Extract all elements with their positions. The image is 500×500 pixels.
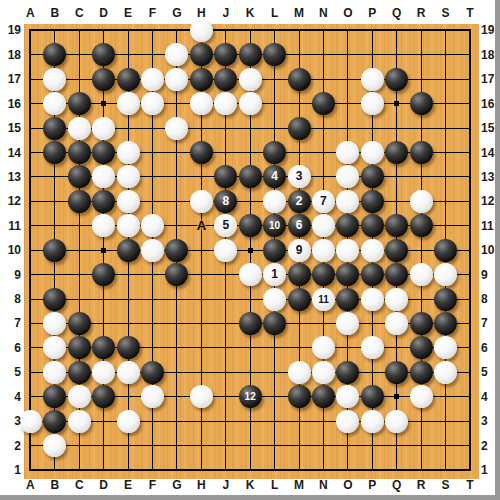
white-stone-N6[interactable] — [312, 336, 335, 359]
white-stone-E5[interactable] — [117, 361, 140, 384]
white-stone-H16[interactable] — [190, 92, 213, 115]
white-stone-B6[interactable] — [43, 336, 66, 359]
black-stone-K11[interactable] — [239, 214, 262, 237]
white-stone-E13[interactable] — [117, 165, 140, 188]
coord-label-row-16-right: 16 — [481, 97, 494, 111]
white-stone-G17[interactable] — [165, 68, 188, 91]
coord-label-row-14-right: 14 — [481, 146, 494, 160]
coord-label-col-Q-top: Q — [392, 6, 401, 20]
coord-label-col-M-top: M — [294, 6, 304, 20]
black-stone-P9[interactable] — [361, 263, 384, 286]
coord-label-col-B-bottom: B — [50, 478, 59, 492]
white-stone-H19[interactable] — [190, 19, 213, 42]
white-stone-F16[interactable] — [141, 92, 164, 115]
white-stone-G15[interactable] — [165, 117, 188, 140]
coord-label-row-19-right: 19 — [481, 23, 494, 37]
coord-label-row-2-left: 2 — [14, 439, 21, 453]
white-stone-C15[interactable] — [68, 117, 91, 140]
black-stone-C5[interactable] — [68, 361, 91, 384]
coord-label-col-G-top: G — [172, 6, 181, 20]
white-stone-O3[interactable] — [336, 410, 359, 433]
black-stone-E17[interactable] — [117, 68, 140, 91]
move-number-label: 2 — [288, 190, 311, 213]
coord-label-row-13-left: 13 — [8, 170, 21, 184]
coord-label-col-P-top: P — [368, 6, 376, 20]
black-stone-L7[interactable] — [263, 312, 286, 335]
black-stone-O11[interactable] — [336, 214, 359, 237]
white-stone-R12[interactable] — [410, 190, 433, 213]
star-point — [394, 394, 399, 399]
grid-line-horizontal — [29, 469, 471, 471]
point-label-A: A — [191, 216, 211, 236]
white-stone-E11[interactable] — [117, 214, 140, 237]
move-number-label: 1 — [263, 263, 286, 286]
white-stone-D11[interactable] — [92, 214, 115, 237]
coord-label-col-R-top: R — [417, 6, 426, 20]
move-number-label: 9 — [288, 239, 311, 262]
coord-label-row-17-left: 17 — [8, 72, 21, 86]
black-stone-K13[interactable] — [239, 165, 262, 188]
coord-label-col-E-top: E — [124, 6, 132, 20]
coord-label-col-E-bottom: E — [124, 478, 132, 492]
black-stone-Q9[interactable] — [385, 263, 408, 286]
black-stone-C7[interactable] — [68, 312, 91, 335]
coord-label-row-5-left: 5 — [14, 365, 21, 379]
coord-label-row-5-right: 5 — [481, 365, 488, 379]
coord-label-row-19-left: 19 — [8, 23, 21, 37]
white-stone-P10[interactable] — [361, 239, 384, 262]
black-stone-N4[interactable] — [312, 385, 335, 408]
black-stone-C12[interactable] — [68, 190, 91, 213]
white-stone-D5[interactable] — [92, 361, 115, 384]
coord-label-row-8-right: 8 — [481, 292, 488, 306]
white-stone-N12[interactable]: 7 — [312, 190, 335, 213]
white-stone-D13[interactable] — [92, 165, 115, 188]
coord-label-col-J-top: J — [222, 6, 229, 20]
white-stone-P17[interactable] — [361, 68, 384, 91]
black-stone-N16[interactable] — [312, 92, 335, 115]
white-stone-O4[interactable] — [336, 385, 359, 408]
white-stone-J11[interactable]: 5 — [214, 214, 237, 237]
white-stone-N11[interactable] — [312, 214, 335, 237]
coord-label-col-F-bottom: F — [149, 478, 156, 492]
coord-label-col-N-bottom: N — [319, 478, 328, 492]
move-number-label: 12 — [239, 385, 262, 408]
black-stone-K4[interactable]: 12 — [239, 385, 262, 408]
coord-label-col-S-bottom: S — [442, 478, 450, 492]
white-stone-F10[interactable] — [141, 239, 164, 262]
black-stone-H14[interactable] — [190, 141, 213, 164]
black-stone-P11[interactable] — [361, 214, 384, 237]
white-stone-B17[interactable] — [43, 68, 66, 91]
coord-label-col-T-top: T — [466, 6, 473, 20]
coord-label-row-18-left: 18 — [8, 48, 21, 62]
white-stone-F17[interactable] — [141, 68, 164, 91]
black-stone-O5[interactable] — [336, 361, 359, 384]
black-stone-C13[interactable] — [68, 165, 91, 188]
coord-label-col-O-bottom: O — [343, 478, 352, 492]
coord-label-row-4-left: 4 — [14, 390, 21, 404]
white-stone-E14[interactable] — [117, 141, 140, 164]
black-stone-P4[interactable] — [361, 385, 384, 408]
coord-label-col-L-top: L — [271, 6, 278, 20]
black-stone-F5[interactable] — [141, 361, 164, 384]
white-stone-B5[interactable] — [43, 361, 66, 384]
coord-label-col-M-bottom: M — [294, 478, 304, 492]
black-stone-H18[interactable] — [190, 43, 213, 66]
coord-label-row-10-right: 10 — [481, 243, 494, 257]
coord-label-row-3-left: 3 — [14, 414, 21, 428]
black-stone-K7[interactable] — [239, 312, 262, 335]
black-stone-C16[interactable] — [68, 92, 91, 115]
black-stone-B10[interactable] — [43, 239, 66, 262]
black-stone-L18[interactable] — [263, 43, 286, 66]
white-stone-O10[interactable] — [336, 239, 359, 262]
black-stone-D14[interactable] — [92, 141, 115, 164]
black-stone-M15[interactable] — [288, 117, 311, 140]
star-point — [248, 248, 253, 253]
black-stone-H17[interactable] — [190, 68, 213, 91]
black-stone-B14[interactable] — [43, 141, 66, 164]
coord-label-row-9-left: 9 — [14, 268, 21, 282]
black-stone-M4[interactable] — [288, 385, 311, 408]
black-stone-R6[interactable] — [410, 336, 433, 359]
grid-line-vertical — [469, 29, 471, 471]
black-stone-G10[interactable] — [165, 239, 188, 262]
coord-label-row-6-left: 6 — [14, 341, 21, 355]
black-stone-Q11[interactable] — [385, 214, 408, 237]
black-stone-Q5[interactable] — [385, 361, 408, 384]
coord-label-row-8-left: 8 — [14, 292, 21, 306]
black-stone-O8[interactable] — [336, 288, 359, 311]
black-stone-J13[interactable] — [214, 165, 237, 188]
coord-label-col-H-bottom: H — [197, 478, 206, 492]
black-stone-B8[interactable] — [43, 288, 66, 311]
black-stone-Q17[interactable] — [385, 68, 408, 91]
black-stone-S7[interactable] — [434, 312, 457, 335]
black-stone-B15[interactable] — [43, 117, 66, 140]
window-edge-right — [495, 0, 500, 500]
black-stone-S10[interactable] — [434, 239, 457, 262]
coord-label-col-H-top: H — [197, 6, 206, 20]
black-stone-P13[interactable] — [361, 165, 384, 188]
white-stone-P6[interactable] — [361, 336, 384, 359]
white-stone-K9[interactable] — [239, 263, 262, 286]
white-stone-O13[interactable] — [336, 165, 359, 188]
white-stone-L12[interactable] — [263, 190, 286, 213]
black-stone-M11[interactable]: 6 — [288, 214, 311, 237]
black-stone-Q10[interactable] — [385, 239, 408, 262]
coord-label-row-18-right: 18 — [481, 48, 494, 62]
black-stone-G9[interactable] — [165, 263, 188, 286]
white-stone-B7[interactable] — [43, 312, 66, 335]
black-stone-B3[interactable] — [43, 410, 66, 433]
white-stone-J10[interactable] — [214, 239, 237, 262]
coord-label-col-K-top: K — [246, 6, 255, 20]
black-stone-M9[interactable] — [288, 263, 311, 286]
coord-label-row-12-left: 12 — [8, 194, 21, 208]
white-stone-M10[interactable]: 9 — [288, 239, 311, 262]
black-stone-J12[interactable]: 8 — [214, 190, 237, 213]
star-point — [101, 101, 106, 106]
black-stone-R7[interactable] — [410, 312, 433, 335]
move-number-label: 5 — [214, 214, 237, 237]
coord-label-col-C-bottom: C — [75, 478, 84, 492]
white-stone-L9[interactable]: 1 — [263, 263, 286, 286]
white-stone-F11[interactable] — [141, 214, 164, 237]
move-number-label: 8 — [214, 190, 237, 213]
black-stone-B4[interactable] — [43, 385, 66, 408]
coord-label-row-4-right: 4 — [481, 390, 488, 404]
coord-label-col-F-top: F — [149, 6, 156, 20]
black-stone-O9[interactable] — [336, 263, 359, 286]
coord-label-row-6-right: 6 — [481, 341, 488, 355]
star-point — [101, 248, 106, 253]
coord-label-col-D-bottom: D — [99, 478, 108, 492]
white-stone-O7[interactable] — [336, 312, 359, 335]
move-number-label: 10 — [263, 214, 286, 237]
black-stone-D4[interactable] — [92, 385, 115, 408]
black-stone-S8[interactable] — [434, 288, 457, 311]
black-stone-M17[interactable] — [288, 68, 311, 91]
black-stone-J18[interactable] — [214, 43, 237, 66]
white-stone-D15[interactable] — [92, 117, 115, 140]
grid-line-horizontal — [29, 445, 471, 446]
white-stone-B16[interactable] — [43, 92, 66, 115]
go-board[interactable]: 438275106911112A — [24, 24, 479, 479]
white-stone-O12[interactable] — [336, 190, 359, 213]
black-stone-Q14[interactable] — [385, 141, 408, 164]
black-stone-D18[interactable] — [92, 43, 115, 66]
black-stone-D17[interactable] — [92, 68, 115, 91]
go-diagram-window: 438275106911112A ABCDEFGHJKLMNOPQRST ABC… — [0, 0, 500, 500]
coord-label-row-10-left: 10 — [8, 243, 21, 257]
coord-label-col-T-bottom: T — [466, 478, 473, 492]
black-stone-R16[interactable] — [410, 92, 433, 115]
white-stone-P16[interactable] — [361, 92, 384, 115]
white-stone-R9[interactable] — [410, 263, 433, 286]
move-number-label: 3 — [288, 165, 311, 188]
white-stone-Q7[interactable] — [385, 312, 408, 335]
black-stone-L14[interactable] — [263, 141, 286, 164]
move-number-label: 7 — [312, 190, 335, 213]
coord-label-row-15-left: 15 — [8, 121, 21, 135]
coord-label-col-A-bottom: A — [26, 478, 35, 492]
white-stone-J16[interactable] — [214, 92, 237, 115]
coord-label-col-D-top: D — [99, 6, 108, 20]
black-stone-L13[interactable]: 4 — [263, 165, 286, 188]
coord-label-row-16-left: 16 — [8, 97, 21, 111]
coord-label-row-3-right: 3 — [481, 414, 488, 428]
white-stone-E16[interactable] — [117, 92, 140, 115]
coord-label-row-1-right: 1 — [481, 463, 488, 477]
white-stone-S5[interactable] — [434, 361, 457, 384]
coord-label-row-2-right: 2 — [481, 439, 488, 453]
star-point — [394, 101, 399, 106]
coord-label-row-13-right: 13 — [481, 170, 494, 184]
coord-label-row-15-right: 15 — [481, 121, 494, 135]
black-stone-D9[interactable] — [92, 263, 115, 286]
white-stone-K17[interactable] — [239, 68, 262, 91]
black-stone-D6[interactable] — [92, 336, 115, 359]
black-stone-R11[interactable] — [410, 214, 433, 237]
coord-label-row-12-right: 12 — [481, 194, 494, 208]
white-stone-N5[interactable] — [312, 361, 335, 384]
white-stone-B2[interactable] — [43, 434, 66, 457]
coord-label-row-1-left: 1 — [14, 463, 21, 477]
white-stone-G18[interactable] — [165, 43, 188, 66]
white-stone-N10[interactable] — [312, 239, 335, 262]
black-stone-M12[interactable]: 2 — [288, 190, 311, 213]
coord-label-col-R-bottom: R — [417, 478, 426, 492]
move-number-label: 6 — [288, 214, 311, 237]
coord-label-col-J-bottom: J — [222, 478, 229, 492]
white-stone-C3[interactable] — [68, 410, 91, 433]
black-stone-R14[interactable] — [410, 141, 433, 164]
white-stone-E3[interactable] — [117, 410, 140, 433]
black-stone-K18[interactable] — [239, 43, 262, 66]
coord-label-col-C-top: C — [75, 6, 84, 20]
black-stone-L10[interactable] — [263, 239, 286, 262]
coord-label-row-7-left: 7 — [14, 316, 21, 330]
black-stone-L11[interactable]: 10 — [263, 214, 286, 237]
white-stone-R4[interactable] — [410, 385, 433, 408]
white-stone-P14[interactable] — [361, 141, 384, 164]
white-stone-H4[interactable] — [190, 385, 213, 408]
white-stone-P3[interactable] — [361, 410, 384, 433]
window-edge-bottom — [0, 495, 500, 500]
black-stone-P12[interactable] — [361, 190, 384, 213]
white-stone-N8[interactable]: 11 — [312, 288, 335, 311]
coord-label-row-14-left: 14 — [8, 146, 21, 160]
white-stone-L8[interactable] — [263, 288, 286, 311]
white-stone-C4[interactable] — [68, 385, 91, 408]
black-stone-C14[interactable] — [68, 141, 91, 164]
move-number-label: 11 — [312, 288, 335, 311]
coord-label-row-11-right: 11 — [481, 219, 494, 233]
white-stone-M5[interactable] — [288, 361, 311, 384]
white-stone-H12[interactable] — [190, 190, 213, 213]
coord-label-row-9-right: 9 — [481, 268, 488, 282]
black-stone-E10[interactable] — [117, 239, 140, 262]
white-stone-S9[interactable] — [434, 263, 457, 286]
coord-label-col-K-bottom: K — [246, 478, 255, 492]
coord-label-col-O-top: O — [343, 6, 352, 20]
black-stone-C6[interactable] — [68, 336, 91, 359]
coord-label-row-11-left: 11 — [8, 219, 21, 233]
coord-label-col-A-top: A — [26, 6, 35, 20]
white-stone-O14[interactable] — [336, 141, 359, 164]
black-stone-M8[interactable] — [288, 288, 311, 311]
white-stone-S6[interactable] — [434, 336, 457, 359]
white-stone-K16[interactable] — [239, 92, 262, 115]
black-stone-R5[interactable] — [410, 361, 433, 384]
black-stone-N9[interactable] — [312, 263, 335, 286]
white-stone-A3[interactable] — [19, 410, 42, 433]
coord-label-col-S-top: S — [442, 6, 450, 20]
white-stone-M13[interactable]: 3 — [288, 165, 311, 188]
coord-label-col-P-bottom: P — [368, 478, 376, 492]
move-number-label: 4 — [263, 165, 286, 188]
coord-label-col-N-top: N — [319, 6, 328, 20]
white-stone-E12[interactable] — [117, 190, 140, 213]
black-stone-E6[interactable] — [117, 336, 140, 359]
white-stone-Q8[interactable] — [385, 288, 408, 311]
coord-label-col-L-bottom: L — [271, 478, 278, 492]
coord-label-row-7-right: 7 — [481, 316, 488, 330]
white-stone-P8[interactable] — [361, 288, 384, 311]
white-stone-F4[interactable] — [141, 385, 164, 408]
black-stone-J17[interactable] — [214, 68, 237, 91]
coord-label-col-Q-bottom: Q — [392, 478, 401, 492]
coord-label-col-B-top: B — [50, 6, 59, 20]
black-stone-D12[interactable] — [92, 190, 115, 213]
black-stone-B18[interactable] — [43, 43, 66, 66]
white-stone-Q3[interactable] — [385, 410, 408, 433]
coord-label-row-17-right: 17 — [481, 72, 494, 86]
coord-label-col-G-bottom: G — [172, 478, 181, 492]
